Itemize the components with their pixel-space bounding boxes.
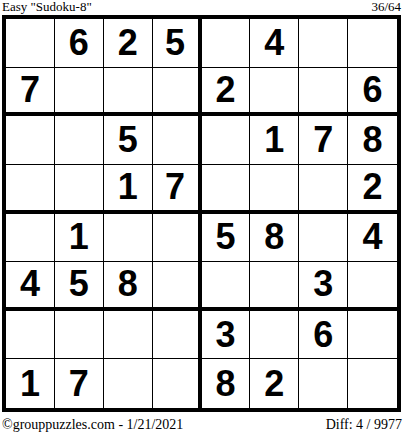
cell-r8c1[interactable]: 1 <box>6 359 55 408</box>
puzzle-title: Easy "Sudoku-8" <box>2 0 92 14</box>
cell-r5c5[interactable]: 5 <box>202 214 251 263</box>
cell-r8c5[interactable]: 8 <box>202 359 251 408</box>
cell-r4c5[interactable] <box>202 165 251 214</box>
cell-r6c5[interactable] <box>202 262 251 311</box>
cell-r1c4[interactable]: 5 <box>153 19 202 68</box>
cell-r5c8[interactable]: 4 <box>348 214 397 263</box>
cell-r5c1[interactable] <box>6 214 55 263</box>
cell-r2c1[interactable]: 7 <box>6 68 55 117</box>
cell-r3c7[interactable]: 7 <box>299 116 348 165</box>
cell-r7c4[interactable] <box>153 311 202 360</box>
cell-r1c6[interactable]: 4 <box>250 19 299 68</box>
cell-r8c3[interactable] <box>104 359 153 408</box>
cell-r3c8[interactable]: 8 <box>348 116 397 165</box>
cell-r7c3[interactable] <box>104 311 153 360</box>
puzzle-page: Easy "Sudoku-8" 36/64 625472651781721584… <box>0 0 403 437</box>
cell-r3c5[interactable] <box>202 116 251 165</box>
cell-r1c3[interactable]: 2 <box>104 19 153 68</box>
cell-r2c8[interactable]: 6 <box>348 68 397 117</box>
cell-r8c6[interactable]: 2 <box>250 359 299 408</box>
cell-r7c1[interactable] <box>6 311 55 360</box>
cell-r4c8[interactable]: 2 <box>348 165 397 214</box>
cell-r1c5[interactable] <box>202 19 251 68</box>
cell-r7c7[interactable]: 6 <box>299 311 348 360</box>
cell-r5c2[interactable]: 1 <box>55 214 104 263</box>
cell-r5c3[interactable] <box>104 214 153 263</box>
cell-r6c1[interactable]: 4 <box>6 262 55 311</box>
cell-r6c8[interactable] <box>348 262 397 311</box>
header: Easy "Sudoku-8" 36/64 <box>2 0 401 14</box>
cell-r3c4[interactable] <box>153 116 202 165</box>
cell-r6c7[interactable]: 3 <box>299 262 348 311</box>
cell-r4c7[interactable] <box>299 165 348 214</box>
cell-r4c1[interactable] <box>6 165 55 214</box>
cell-r4c2[interactable] <box>55 165 104 214</box>
cell-r8c8[interactable] <box>348 359 397 408</box>
cell-r6c6[interactable] <box>250 262 299 311</box>
cell-r7c6[interactable] <box>250 311 299 360</box>
cell-r1c7[interactable] <box>299 19 348 68</box>
copyright-text: ©grouppuzzles.com - 1/21/2021 <box>2 417 183 433</box>
cell-r8c2[interactable]: 7 <box>55 359 104 408</box>
cell-r4c6[interactable] <box>250 165 299 214</box>
cell-r2c6[interactable] <box>250 68 299 117</box>
cell-r7c2[interactable] <box>55 311 104 360</box>
difficulty-text: Diff: 4 / 9977 <box>326 417 402 433</box>
cell-r2c2[interactable] <box>55 68 104 117</box>
footer: ©grouppuzzles.com - 1/21/2021 Diff: 4 / … <box>2 417 402 433</box>
cell-r3c6[interactable]: 1 <box>250 116 299 165</box>
sudoku-board: 6254726517817215844583361782 <box>2 15 401 412</box>
cell-r2c7[interactable] <box>299 68 348 117</box>
cell-r1c2[interactable]: 6 <box>55 19 104 68</box>
cell-r2c5[interactable]: 2 <box>202 68 251 117</box>
cell-r7c5[interactable]: 3 <box>202 311 251 360</box>
cell-r6c3[interactable]: 8 <box>104 262 153 311</box>
cell-r8c4[interactable] <box>153 359 202 408</box>
cell-r4c4[interactable]: 7 <box>153 165 202 214</box>
cell-r6c2[interactable]: 5 <box>55 262 104 311</box>
cell-r3c3[interactable]: 5 <box>104 116 153 165</box>
cell-r6c4[interactable] <box>153 262 202 311</box>
cell-r4c3[interactable]: 1 <box>104 165 153 214</box>
cell-r7c8[interactable] <box>348 311 397 360</box>
cell-r3c2[interactable] <box>55 116 104 165</box>
cell-r1c1[interactable] <box>6 19 55 68</box>
progress-counter: 36/64 <box>371 0 401 14</box>
cell-r8c7[interactable] <box>299 359 348 408</box>
cell-r2c3[interactable] <box>104 68 153 117</box>
cell-r5c4[interactable] <box>153 214 202 263</box>
cell-r2c4[interactable] <box>153 68 202 117</box>
cell-r3c1[interactable] <box>6 116 55 165</box>
cell-r5c7[interactable] <box>299 214 348 263</box>
cell-r5c6[interactable]: 8 <box>250 214 299 263</box>
cell-r1c8[interactable] <box>348 19 397 68</box>
